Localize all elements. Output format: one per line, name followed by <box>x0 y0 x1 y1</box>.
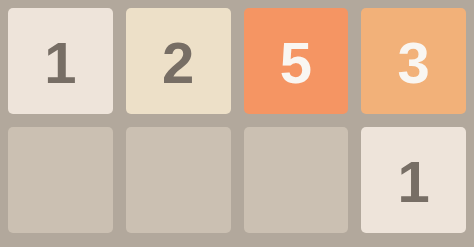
empty-cell <box>8 127 113 233</box>
tile-cell: 1 <box>361 127 466 233</box>
tile-value: 1 <box>397 149 429 211</box>
tile-value: 5 <box>280 30 312 92</box>
tile-value: 1 <box>44 30 76 92</box>
tile-cell: 1 <box>8 8 113 114</box>
tile-cell: 5 <box>244 8 349 114</box>
tile-value: 3 <box>397 30 429 92</box>
empty-cell <box>126 127 231 233</box>
tile-value: 2 <box>162 30 194 92</box>
tile-cell: 3 <box>361 8 466 114</box>
game-board[interactable]: 12531 <box>0 0 474 247</box>
empty-cell <box>244 127 349 233</box>
tile-cell: 2 <box>126 8 231 114</box>
